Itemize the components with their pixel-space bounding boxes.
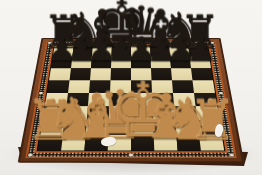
frame-roundel xyxy=(229,153,234,156)
frame-roundel xyxy=(129,153,133,156)
scene: ♜♞♝♚♛♝♞♜♟♟♟♟♟♟♟♟♟♟♟♟♟♟♟♟♜♞♝♛♚♝♞♜ xyxy=(0,0,262,175)
chess-board: ♜♞♝♚♛♝♞♜♟♟♟♟♟♟♟♟♟♟♟♟♟♟♟♟♜♞♝♛♚♝♞♜ xyxy=(18,38,245,163)
square-a6[interactable] xyxy=(49,68,71,80)
photo-background: ♜♞♝♚♛♝♞♜♟♟♟♟♟♟♟♟♟♟♟♟♟♟♟♟♜♞♝♛♚♝♞♜ xyxy=(0,0,262,175)
black-pawn-h7[interactable]: ♟ xyxy=(186,33,216,66)
white-rook-h1[interactable]: ♜ xyxy=(187,93,237,148)
square-h7[interactable]: ♟ xyxy=(190,57,211,68)
square-h1[interactable]: ♜ xyxy=(199,135,224,151)
square-b6[interactable] xyxy=(70,68,91,80)
board-squares: ♜♞♝♚♛♝♞♜♟♟♟♟♟♟♟♟♟♟♟♟♟♟♟♟♜♞♝♛♚♝♞♜ xyxy=(38,46,224,151)
playing-surface: ♜♞♝♚♛♝♞♜♟♟♟♟♟♟♟♟♟♟♟♟♟♟♟♟♜♞♝♛♚♝♞♜ xyxy=(37,45,226,151)
square-h6[interactable] xyxy=(191,68,213,80)
